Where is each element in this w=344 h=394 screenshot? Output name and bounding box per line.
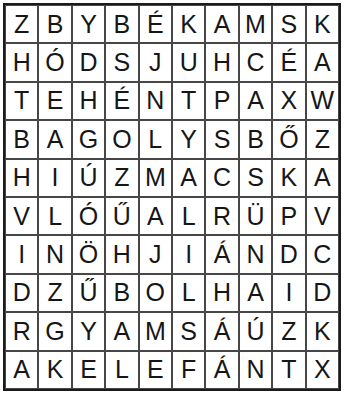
- grid-cell[interactable]: D: [272, 235, 305, 273]
- grid-cell[interactable]: A: [38, 120, 71, 158]
- grid-cell[interactable]: M: [139, 312, 172, 350]
- grid-cell[interactable]: L: [38, 197, 71, 235]
- grid-cell[interactable]: Ú: [239, 312, 272, 350]
- grid-cell[interactable]: E: [139, 351, 172, 389]
- grid-cell[interactable]: H: [105, 235, 138, 273]
- grid-cell[interactable]: Ő: [272, 120, 305, 158]
- grid-cell[interactable]: K: [306, 5, 339, 43]
- grid-cell[interactable]: L: [139, 120, 172, 158]
- grid-cell[interactable]: N: [239, 351, 272, 389]
- grid-cell[interactable]: N: [139, 82, 172, 120]
- grid-cell[interactable]: A: [239, 82, 272, 120]
- grid-cell[interactable]: B: [105, 274, 138, 312]
- grid-cell[interactable]: E: [38, 82, 71, 120]
- grid-cell[interactable]: C: [239, 43, 272, 81]
- grid-cell[interactable]: O: [105, 120, 138, 158]
- grid-cell[interactable]: J: [139, 235, 172, 273]
- grid-cell[interactable]: M: [239, 5, 272, 43]
- grid-cell[interactable]: U: [172, 43, 205, 81]
- grid-cell[interactable]: Y: [172, 120, 205, 158]
- grid-cell[interactable]: A: [205, 5, 238, 43]
- grid-cell[interactable]: V: [306, 197, 339, 235]
- grid-cell[interactable]: W: [306, 82, 339, 120]
- grid-cell[interactable]: L: [105, 351, 138, 389]
- grid-cell[interactable]: Ü: [239, 197, 272, 235]
- grid-cell[interactable]: Ú: [72, 159, 105, 197]
- grid-cell[interactable]: Z: [105, 159, 138, 197]
- grid-cell[interactable]: K: [306, 312, 339, 350]
- grid-cell[interactable]: Z: [5, 5, 38, 43]
- grid-cell[interactable]: Ó: [38, 43, 71, 81]
- grid-cell[interactable]: A: [172, 159, 205, 197]
- grid-cell[interactable]: X: [306, 351, 339, 389]
- grid-cell[interactable]: P: [272, 197, 305, 235]
- grid-cell[interactable]: D: [72, 43, 105, 81]
- grid-cell[interactable]: K: [272, 159, 305, 197]
- grid-cell[interactable]: Z: [306, 120, 339, 158]
- grid-cell[interactable]: N: [38, 235, 71, 273]
- grid-cell[interactable]: P: [205, 82, 238, 120]
- grid-cell[interactable]: Á: [205, 312, 238, 350]
- grid-cell[interactable]: Á: [205, 235, 238, 273]
- grid-cell[interactable]: K: [172, 5, 205, 43]
- grid-cell[interactable]: Ű: [105, 197, 138, 235]
- grid-cell[interactable]: E: [72, 351, 105, 389]
- grid-cell[interactable]: O: [139, 274, 172, 312]
- grid-cell[interactable]: B: [105, 5, 138, 43]
- grid-cell[interactable]: A: [306, 159, 339, 197]
- grid-cell[interactable]: G: [38, 312, 71, 350]
- grid-cell[interactable]: S: [105, 43, 138, 81]
- grid-cell[interactable]: Ö: [72, 235, 105, 273]
- grid-cell[interactable]: M: [139, 159, 172, 197]
- grid-cell[interactable]: S: [172, 312, 205, 350]
- grid-cell[interactable]: D: [306, 274, 339, 312]
- grid-cell[interactable]: I: [172, 235, 205, 273]
- grid-cell[interactable]: J: [139, 43, 172, 81]
- grid-cell[interactable]: I: [5, 235, 38, 273]
- grid-cell[interactable]: A: [5, 351, 38, 389]
- grid-cell[interactable]: A: [306, 43, 339, 81]
- grid-cell[interactable]: Ű: [72, 274, 105, 312]
- grid-cell[interactable]: A: [239, 274, 272, 312]
- grid-cell[interactable]: R: [5, 312, 38, 350]
- grid-cell[interactable]: D: [5, 274, 38, 312]
- grid-cell[interactable]: S: [239, 159, 272, 197]
- grid-cell[interactable]: Z: [38, 274, 71, 312]
- grid-cell[interactable]: B: [38, 5, 71, 43]
- grid-cell[interactable]: L: [172, 197, 205, 235]
- grid-cell[interactable]: É: [139, 5, 172, 43]
- grid-cell[interactable]: Ó: [72, 197, 105, 235]
- grid-cell[interactable]: H: [205, 274, 238, 312]
- grid-cell[interactable]: R: [205, 197, 238, 235]
- grid-cell[interactable]: É: [105, 82, 138, 120]
- grid-cell[interactable]: T: [272, 351, 305, 389]
- grid-cell[interactable]: T: [172, 82, 205, 120]
- grid-cell[interactable]: T: [5, 82, 38, 120]
- grid-cell[interactable]: K: [38, 351, 71, 389]
- grid-cell[interactable]: S: [205, 120, 238, 158]
- grid-cell[interactable]: B: [239, 120, 272, 158]
- grid-cell[interactable]: G: [72, 120, 105, 158]
- word-search-grid: ZBYBÉKAMSKHÓDSJUHCÉATEHÉNTPAXWBAGOLYSBŐZ…: [3, 3, 341, 391]
- grid-cell[interactable]: A: [139, 197, 172, 235]
- grid-cell[interactable]: X: [272, 82, 305, 120]
- grid-cell[interactable]: V: [5, 197, 38, 235]
- grid-cell[interactable]: Y: [72, 5, 105, 43]
- grid-cell[interactable]: I: [272, 274, 305, 312]
- grid-cell[interactable]: I: [38, 159, 71, 197]
- grid-cell[interactable]: Á: [205, 351, 238, 389]
- grid-cell[interactable]: H: [5, 43, 38, 81]
- grid-cell[interactable]: H: [205, 43, 238, 81]
- grid-cell[interactable]: L: [172, 274, 205, 312]
- grid-cell[interactable]: H: [72, 82, 105, 120]
- grid-cell[interactable]: É: [272, 43, 305, 81]
- grid-cell[interactable]: H: [5, 159, 38, 197]
- grid-cell[interactable]: B: [5, 120, 38, 158]
- grid-cell[interactable]: N: [239, 235, 272, 273]
- grid-cell[interactable]: S: [272, 5, 305, 43]
- grid-cell[interactable]: F: [172, 351, 205, 389]
- grid-cell[interactable]: Y: [72, 312, 105, 350]
- grid-cell[interactable]: C: [205, 159, 238, 197]
- grid-cell[interactable]: C: [306, 235, 339, 273]
- grid-cell[interactable]: A: [105, 312, 138, 350]
- grid-cell[interactable]: Z: [272, 312, 305, 350]
